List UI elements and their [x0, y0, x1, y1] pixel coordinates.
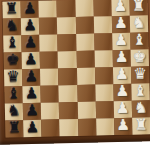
black-pawn: ♟ — [24, 69, 38, 84]
square — [96, 118, 115, 135]
square — [41, 85, 60, 102]
square — [59, 102, 78, 119]
white-pawn: ♟ — [114, 16, 128, 31]
white-bishop: ♝ — [132, 32, 146, 47]
square — [78, 119, 97, 136]
square — [57, 17, 76, 34]
black-knight: ♞ — [5, 18, 19, 33]
square — [58, 68, 77, 85]
white-pawn: ♟ — [115, 67, 129, 82]
black-pawn: ♟ — [23, 1, 37, 16]
black-pawn: ♟ — [26, 120, 40, 135]
square — [41, 119, 60, 136]
black-bishop: ♝ — [7, 86, 21, 101]
white-knight: ♞ — [134, 100, 148, 115]
square — [75, 0, 94, 17]
white-pawn: ♟ — [115, 84, 129, 99]
square — [76, 68, 95, 85]
chess-set-photo: ♜♟♟♜♞♟♟♞♝♟♟♝♚♟♟♚♛♟♟♛♝♟♟♝♞♟♟♞♜♟♟♜ — [0, 0, 150, 147]
square — [94, 33, 113, 50]
square — [77, 85, 96, 102]
square: ♜ — [5, 120, 24, 137]
white-pawn: ♟ — [116, 118, 130, 133]
black-pawn: ♟ — [24, 52, 38, 67]
square — [95, 101, 114, 118]
white-pawn: ♟ — [114, 0, 128, 14]
black-bishop: ♝ — [6, 35, 20, 50]
white-bishop: ♝ — [134, 83, 148, 98]
square — [58, 34, 77, 51]
black-rook: ♜ — [5, 1, 19, 16]
white-knight: ♞ — [132, 15, 146, 30]
square — [40, 51, 59, 68]
white-pawn: ♟ — [115, 50, 129, 65]
black-king: ♚ — [6, 52, 20, 67]
white-pawn: ♟ — [116, 101, 130, 116]
black-knight: ♞ — [7, 103, 21, 118]
black-pawn: ♟ — [23, 18, 37, 33]
square — [59, 85, 78, 102]
white-king: ♚ — [133, 49, 147, 64]
square: ♟ — [114, 118, 133, 135]
square: ♟ — [23, 120, 42, 137]
square — [39, 0, 58, 17]
board-frame: ♜♟♟♜♞♟♟♞♝♟♟♝♚♟♟♚♛♟♟♛♝♟♟♝♞♟♟♞♜♟♟♜ — [0, 0, 150, 145]
square — [76, 51, 95, 68]
square — [41, 102, 60, 119]
white-queen: ♛ — [133, 66, 147, 81]
square — [75, 17, 94, 34]
square — [93, 16, 112, 33]
black-queen: ♛ — [6, 69, 20, 84]
square — [94, 50, 113, 67]
black-pawn: ♟ — [25, 86, 39, 101]
square — [95, 67, 114, 84]
chess-board: ♜♟♟♜♞♟♟♞♝♟♟♝♚♟♟♚♛♟♟♛♝♟♟♝♞♟♟♞♜♟♟♜ — [2, 0, 150, 138]
square — [57, 0, 76, 17]
black-pawn: ♟ — [25, 103, 39, 118]
white-pawn: ♟ — [114, 33, 128, 48]
square — [58, 51, 77, 68]
square — [40, 68, 59, 85]
white-rook: ♜ — [132, 0, 146, 14]
white-rook: ♜ — [134, 117, 148, 132]
black-rook: ♜ — [7, 120, 21, 135]
square — [93, 0, 112, 17]
square — [60, 119, 79, 136]
square — [77, 102, 96, 119]
square: ♜ — [132, 117, 150, 134]
square — [76, 34, 95, 51]
square — [95, 84, 114, 101]
black-pawn: ♟ — [24, 35, 38, 50]
square — [39, 34, 58, 51]
square — [39, 17, 58, 34]
